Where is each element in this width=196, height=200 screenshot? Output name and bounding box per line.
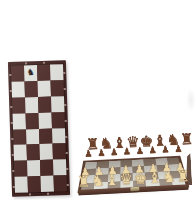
standing-board-square <box>37 65 50 81</box>
dark-pawn-piece: ♟ <box>148 146 157 155</box>
standing-board-square <box>38 96 51 112</box>
standing-board-square <box>13 129 26 145</box>
standing-board-square <box>53 159 66 175</box>
light-bishop-piece: ♝ <box>148 171 162 187</box>
dark-pawn-piece: ♟ <box>161 145 170 154</box>
light-king-piece: ♚ <box>133 171 147 187</box>
standing-board: ♞ <box>8 60 70 197</box>
standing-board-square <box>25 97 38 113</box>
light-queen-piece: ♛ <box>119 172 133 188</box>
dark-pawn-piece: ♟ <box>97 149 106 158</box>
standing-board-square <box>13 113 26 129</box>
standing-board-square <box>40 160 53 176</box>
dark-pawn-piece: ♟ <box>136 147 145 156</box>
standing-board-square <box>27 160 40 176</box>
standing-board-square <box>51 112 64 128</box>
standing-board-square <box>53 175 66 191</box>
light-knight-piece: ♞ <box>162 170 176 186</box>
standing-board-square <box>50 80 63 96</box>
standing-board-square <box>39 144 52 160</box>
standing-board-square <box>25 81 38 97</box>
light-rook-piece: ♜ <box>176 169 190 185</box>
standing-board-square <box>26 129 39 145</box>
light-knight-piece: ♞ <box>91 174 105 190</box>
standing-board-square <box>51 96 64 112</box>
light-bishop-piece: ♝ <box>105 173 119 189</box>
standing-board-square <box>39 128 52 144</box>
dark-pawn-piece: ♟ <box>174 145 183 154</box>
standing-board-square <box>28 176 41 192</box>
standing-board-square <box>15 177 28 193</box>
standing-board-square <box>52 128 65 144</box>
standing-board-square <box>27 144 40 160</box>
standing-board-square <box>14 161 27 177</box>
pieces-layer: ♜♞♝♛♚♝♞♜♟♟♟♟♟♟♟♟♟♟♟♟♟♟♟♟♜♞♝♛♚♝♞♜ <box>72 127 194 133</box>
standing-board-square <box>50 64 63 80</box>
standing-board-square <box>26 113 39 129</box>
standing-board-square <box>14 145 27 161</box>
product-photo-scene: ♞ ♜♞♝♛♚♝♞♜♟♟♟♟♟♟♟♟♟♟♟♟♟♟♟♟♜♞♝♛♚♝♞♜ <box>0 0 196 200</box>
dark-pawn-piece: ♟ <box>84 149 93 158</box>
knight-icon: ♞ <box>24 65 37 81</box>
standing-board-square <box>12 97 25 113</box>
coordinate-marks-bottom <box>20 192 62 195</box>
standing-board-square <box>38 80 51 96</box>
standing-board-square: ♞ <box>24 65 37 81</box>
standing-board-square <box>40 176 53 192</box>
standing-board-square <box>52 144 65 160</box>
standing-board-square <box>39 112 52 128</box>
light-rook-piece: ♜ <box>77 174 91 190</box>
folded-board-with-pieces: ♜♞♝♛♚♝♞♜♟♟♟♟♟♟♟♟♟♟♟♟♟♟♟♟♜♞♝♛♚♝♞♜ <box>72 127 196 199</box>
standing-board-square <box>12 81 25 97</box>
dark-pawn-piece: ♟ <box>110 148 119 157</box>
photo-smudge <box>186 88 196 112</box>
standing-board-square <box>11 65 24 81</box>
dark-pawn-piece: ♟ <box>123 147 132 156</box>
standing-board-grid: ♞ <box>11 64 67 193</box>
